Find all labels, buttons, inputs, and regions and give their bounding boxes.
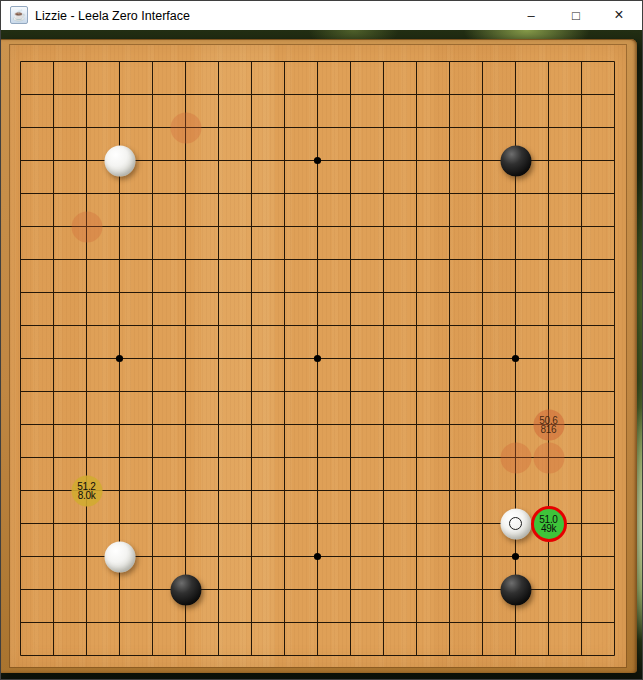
- black-stone-q16: [500, 145, 531, 176]
- suggestion-visits: 8.0k: [78, 491, 96, 500]
- star-point-k16: [314, 157, 321, 164]
- last-move-circle-marker: [509, 517, 522, 530]
- maximize-button[interactable]: □: [556, 1, 596, 29]
- suggestion-r7[interactable]: [533, 442, 564, 473]
- app-window: ☕ Lizzie - Leela Zero Interface – □ × 51…: [0, 0, 643, 680]
- window-title: Lizzie - Leela Zero Interface: [35, 1, 190, 30]
- board-surface[interactable]: 51.049k51.28.0k50.6816: [10, 45, 626, 667]
- black-stone-q3: [500, 574, 531, 605]
- suggestion-c14[interactable]: [71, 211, 102, 242]
- suggestion-r5[interactable]: 51.049k: [531, 506, 567, 542]
- star-point-d10: [116, 355, 123, 362]
- star-point-k10: [314, 355, 321, 362]
- suggestion-visits: 49k: [541, 524, 556, 533]
- minimize-button[interactable]: –: [511, 1, 551, 29]
- white-stone-d4: [104, 541, 135, 572]
- black-stone-f3: [170, 574, 201, 605]
- star-point-q10: [512, 355, 519, 362]
- suggestion-f17[interactable]: [170, 112, 201, 143]
- board-grid: [10, 45, 626, 667]
- java-coffee-cup-icon: ☕: [10, 6, 28, 24]
- star-point-q4: [512, 553, 519, 560]
- white-stone-d16: [104, 145, 135, 176]
- suggestion-c6[interactable]: 51.28.0k: [71, 475, 102, 506]
- title-bar: ☕ Lizzie - Leela Zero Interface – □ ×: [1, 1, 642, 30]
- star-point-k4: [314, 553, 321, 560]
- suggestion-q7[interactable]: [500, 442, 531, 473]
- close-button[interactable]: ×: [599, 1, 639, 29]
- content-area: 51.049k51.28.0k50.6816: [1, 30, 642, 680]
- suggestion-r8[interactable]: 50.6816: [533, 409, 564, 440]
- suggestion-visits: 816: [541, 425, 557, 434]
- white-stone-q5: [500, 508, 531, 539]
- go-board[interactable]: 51.049k51.28.0k50.6816: [1, 39, 637, 673]
